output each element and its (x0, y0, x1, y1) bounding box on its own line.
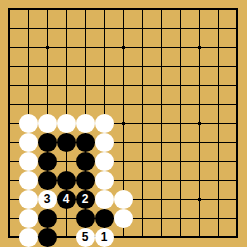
white-stone (114, 209, 133, 228)
white-stone (57, 114, 76, 133)
white-stone (19, 209, 38, 228)
black-stone (95, 209, 114, 228)
white-stone-move-5: 5 (76, 228, 95, 247)
black-stone-move-4: 4 (57, 190, 76, 209)
white-stone (19, 190, 38, 209)
white-stone (114, 190, 133, 209)
go-board: 34251 (0, 0, 247, 247)
white-stone (95, 114, 114, 133)
white-stone (19, 133, 38, 152)
white-stone-move-1: 1 (95, 228, 114, 247)
star-point (198, 46, 201, 49)
black-stone (38, 228, 57, 247)
black-stone (57, 133, 76, 152)
black-stone (76, 171, 95, 190)
black-stone (38, 209, 57, 228)
black-stone (76, 152, 95, 171)
white-stone (95, 171, 114, 190)
star-point (198, 198, 201, 201)
white-stone (38, 114, 57, 133)
grid-line-vertical (142, 9, 143, 238)
white-stone (95, 152, 114, 171)
black-stone (76, 133, 95, 152)
star-point (122, 46, 125, 49)
white-stone (19, 228, 38, 247)
white-stone (19, 171, 38, 190)
white-stone (95, 133, 114, 152)
grid-line-vertical (180, 9, 181, 238)
black-stone (38, 152, 57, 171)
white-stone (76, 114, 95, 133)
grid-line-vertical (218, 9, 219, 238)
go-diagram: 34251 (0, 0, 247, 247)
black-stone-move-2: 2 (76, 190, 95, 209)
black-stone (38, 171, 57, 190)
black-stone (76, 209, 95, 228)
white-stone-move-3: 3 (38, 190, 57, 209)
black-stone (38, 133, 57, 152)
grid-line-vertical (161, 9, 162, 238)
star-point (198, 122, 201, 125)
white-stone (19, 114, 38, 133)
white-stone (95, 190, 114, 209)
star-point (122, 122, 125, 125)
white-stone (19, 152, 38, 171)
star-point (46, 46, 49, 49)
black-stone (57, 171, 76, 190)
